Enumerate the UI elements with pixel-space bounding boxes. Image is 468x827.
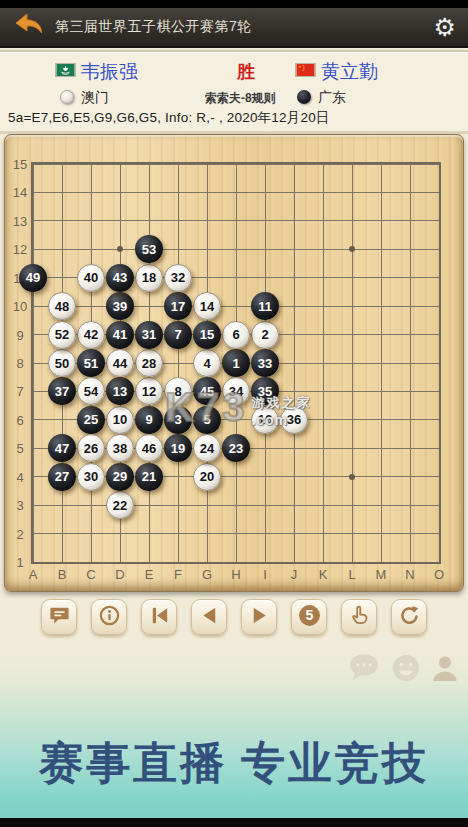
player-panel: 韦振强 澳门 胜 索索夫-8规则 黄立勤 广东 5a=E7,E6,E5,G9,G… [0, 50, 468, 134]
five-badge-icon: 5 [297, 603, 322, 632]
black-stone: 29 [106, 463, 134, 491]
promo-headline: 赛事直播 专业竞技 [0, 734, 468, 793]
col-label: J [291, 567, 298, 582]
row-label: 14 [13, 185, 27, 200]
row-label: 8 [16, 356, 23, 371]
row-label: 7 [16, 384, 23, 399]
black-stone: 47 [48, 434, 76, 462]
white-stone: 32 [164, 264, 192, 292]
playback-toolbar: 5 [0, 592, 468, 646]
black-stone: 53 [135, 235, 163, 263]
star-point [349, 474, 355, 480]
china-flag-icon [295, 63, 316, 77]
col-label: F [174, 567, 182, 582]
col-label: M [376, 567, 387, 582]
col-label: A [29, 567, 38, 582]
white-stone-icon [60, 89, 74, 105]
white-stone: 6 [222, 321, 250, 349]
col-label: E [145, 567, 154, 582]
black-stone: 35 [251, 377, 279, 405]
comment-button[interactable] [41, 599, 77, 635]
pointer-button[interactable] [341, 599, 377, 635]
row-label: 5 [16, 441, 23, 456]
white-stone: 34 [222, 377, 250, 405]
black-stone: 3 [164, 406, 192, 434]
black-stone: 17 [164, 292, 192, 320]
comment-icon [48, 604, 71, 631]
prev-icon [198, 604, 221, 631]
white-stone: 10 [106, 406, 134, 434]
macau-flag-icon [55, 63, 76, 77]
white-stone: 48 [48, 292, 76, 320]
info-button[interactable] [91, 599, 127, 635]
app-screen: 第三届世界五子棋公开赛第7轮 ⚙ 韦振强 澳门 胜 索索夫-8规则 [0, 0, 468, 827]
black-stone: 41 [106, 321, 134, 349]
black-stone: 7 [164, 321, 192, 349]
col-label: H [231, 567, 240, 582]
col-label: D [115, 567, 124, 582]
white-stone: 24 [193, 434, 221, 462]
black-stone: 11 [251, 292, 279, 320]
black-stone: 49 [19, 264, 47, 292]
row-label: 6 [16, 412, 23, 427]
row-label: 12 [13, 242, 27, 257]
jump-five-button[interactable]: 5 [291, 599, 327, 635]
player-right-region: 广东 [318, 89, 346, 107]
col-label: L [348, 567, 355, 582]
result-label: 胜 [237, 60, 255, 84]
white-stone: 28 [135, 349, 163, 377]
black-stone: 19 [164, 434, 192, 462]
row-label: 15 [13, 157, 27, 172]
row-label: 13 [13, 213, 27, 228]
page-title: 第三届世界五子棋公开赛第7轮 [55, 18, 252, 36]
player-right-name: 黄立勤 [321, 59, 378, 85]
black-stone: 15 [193, 321, 221, 349]
black-stone: 21 [135, 463, 163, 491]
next-icon [248, 604, 271, 631]
black-stone: 27 [48, 463, 76, 491]
white-stone: 46 [135, 434, 163, 462]
skip-start-button[interactable] [141, 599, 177, 635]
row-label: 1 [16, 555, 23, 570]
black-stone: 25 [77, 406, 105, 434]
star-point [117, 246, 123, 252]
chat-bubble-icon [348, 653, 382, 687]
white-stone: 44 [106, 349, 134, 377]
row-label: 4 [16, 469, 23, 484]
promo-icons [348, 653, 460, 687]
col-label: B [58, 567, 67, 582]
white-stone: 20 [193, 463, 221, 491]
prev-move-button[interactable] [191, 599, 227, 635]
col-label: C [86, 567, 95, 582]
white-stone: 30 [77, 463, 105, 491]
white-stone: 12 [135, 377, 163, 405]
skip-start-icon [148, 604, 171, 631]
white-stone: 8 [164, 377, 192, 405]
black-stone: 5 [193, 406, 221, 434]
bottom-bar [0, 818, 468, 827]
gear-icon[interactable]: ⚙ [434, 15, 456, 40]
col-label: N [405, 567, 414, 582]
refresh-icon [398, 604, 421, 631]
smiley-icon [391, 653, 421, 687]
white-stone: 16 [251, 406, 279, 434]
white-stone: 18 [135, 264, 163, 292]
person-icon [430, 653, 460, 687]
white-stone: 14 [193, 292, 221, 320]
black-stone: 51 [77, 349, 105, 377]
black-stone-icon [297, 89, 311, 105]
refresh-button[interactable] [391, 599, 427, 635]
col-label: I [263, 567, 267, 582]
svg-text:5: 5 [305, 607, 313, 623]
white-stone: 42 [77, 321, 105, 349]
black-stone: 33 [251, 349, 279, 377]
black-stone: 39 [106, 292, 134, 320]
player-left-region: 澳门 [81, 89, 109, 107]
back-button[interactable] [13, 14, 45, 40]
row-label: 2 [16, 526, 23, 541]
row-label: 9 [16, 327, 23, 342]
white-stone: 54 [77, 377, 105, 405]
black-stone: 23 [222, 434, 250, 462]
white-stone: 50 [48, 349, 76, 377]
row-label: 10 [13, 299, 27, 314]
hand-icon [348, 604, 371, 631]
black-stone: 43 [106, 264, 134, 292]
col-label: G [202, 567, 212, 582]
white-stone: 52 [48, 321, 76, 349]
opening-info-line: 5a=E7,E6,E5,G9,G6,G5, Info: R,- , 2020年1… [8, 109, 330, 127]
white-stone: 40 [77, 264, 105, 292]
white-stone: 38 [106, 434, 134, 462]
white-stone: 36 [280, 406, 308, 434]
board-grid: 151413121110987654321ABCDEFGHIJKLMNO1234… [5, 135, 463, 591]
white-stone: 26 [77, 434, 105, 462]
black-stone: 9 [135, 406, 163, 434]
board[interactable]: 151413121110987654321ABCDEFGHIJKLMNO1234… [4, 134, 464, 592]
promo-banner: 赛事直播 专业竞技 [0, 646, 468, 818]
black-stone: 37 [48, 377, 76, 405]
info-icon [98, 604, 121, 631]
row-label: 3 [16, 498, 23, 513]
next-move-button[interactable] [241, 599, 277, 635]
white-stone: 2 [251, 321, 279, 349]
header-bar: 第三届世界五子棋公开赛第7轮 ⚙ [0, 8, 468, 48]
col-label: K [319, 567, 328, 582]
col-label: O [434, 567, 444, 582]
status-bar [0, 0, 468, 8]
back-arrow-icon [13, 12, 45, 42]
black-stone: 31 [135, 321, 163, 349]
player-left-name: 韦振强 [81, 59, 138, 85]
black-stone: 13 [106, 377, 134, 405]
rule-label: 索索夫-8规则 [205, 90, 276, 107]
white-stone: 22 [106, 491, 134, 519]
white-stone: 4 [193, 349, 221, 377]
black-stone: 1 [222, 349, 250, 377]
star-point [349, 246, 355, 252]
black-stone: 45 [193, 377, 221, 405]
